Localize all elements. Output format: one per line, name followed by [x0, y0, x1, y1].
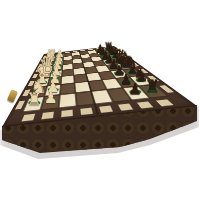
board-square [59, 93, 77, 108]
chess-set-photo: ♜♟♟♜♞♟♟♞♝♟♟♝♛♟♟♛♚♟♟♚♝♟♟♝♞♟♟♞♜♟♟♜ [0, 0, 200, 200]
board-square [40, 95, 59, 111]
